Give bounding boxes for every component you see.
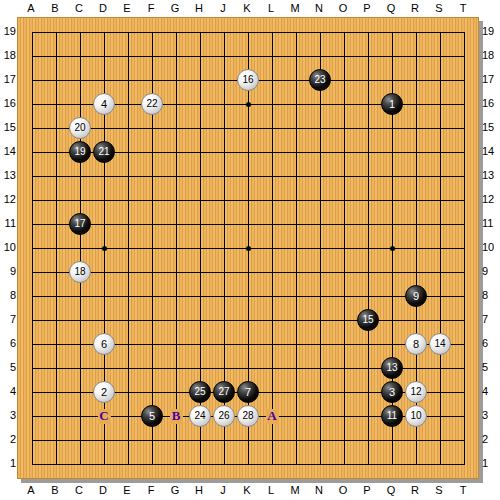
col-label-bottom-C: C bbox=[71, 483, 87, 497]
row-label-left-1: 1 bbox=[0, 456, 16, 470]
stone-white-22-F16: 22 bbox=[141, 93, 163, 115]
go-diagram: ABCDEFGHJKLMNOPQRST 19181716151413121110… bbox=[0, 0, 500, 500]
point-label-B: B bbox=[170, 409, 183, 424]
stone-black-19-C14: 19 bbox=[69, 141, 91, 163]
row-label-right-7: 7 bbox=[482, 312, 500, 326]
stone-black-13-Q5: 13 bbox=[381, 357, 403, 379]
stone-white-8-R6: 8 bbox=[405, 333, 427, 355]
col-label-bottom-M: M bbox=[287, 483, 303, 497]
go-board: 1234567891011121314151617181920212223242… bbox=[17, 17, 479, 479]
stone-white-10-R3: 10 bbox=[405, 405, 427, 427]
stone-white-6-D6: 6 bbox=[93, 333, 115, 355]
row-label-left-3: 3 bbox=[0, 408, 16, 422]
col-label-top-M: M bbox=[287, 1, 303, 15]
row-label-left-15: 15 bbox=[0, 120, 16, 134]
row-label-left-16: 16 bbox=[0, 96, 16, 110]
stone-white-20-C15: 20 bbox=[69, 117, 91, 139]
row-label-right-9: 9 bbox=[482, 264, 500, 278]
stone-black-25-H4: 25 bbox=[189, 381, 211, 403]
row-label-right-16: 16 bbox=[482, 96, 500, 110]
col-label-top-Q: Q bbox=[383, 1, 399, 15]
col-label-top-G: G bbox=[167, 1, 183, 15]
row-label-right-1: 1 bbox=[482, 456, 500, 470]
stone-white-14-S6: 14 bbox=[429, 333, 451, 355]
col-label-top-T: T bbox=[455, 1, 471, 15]
col-label-top-C: C bbox=[71, 1, 87, 15]
row-label-left-18: 18 bbox=[0, 48, 16, 62]
col-label-bottom-H: H bbox=[191, 483, 207, 497]
point-label-A: A bbox=[266, 409, 279, 424]
col-label-bottom-B: B bbox=[47, 483, 63, 497]
stone-black-5-F3: 5 bbox=[141, 405, 163, 427]
row-label-left-7: 7 bbox=[0, 312, 16, 326]
row-label-right-10: 10 bbox=[482, 240, 500, 254]
col-label-top-S: S bbox=[431, 1, 447, 15]
row-label-right-19: 19 bbox=[482, 24, 500, 38]
row-label-right-5: 5 bbox=[482, 360, 500, 374]
col-label-top-F: F bbox=[143, 1, 159, 15]
stone-black-7-K4: 7 bbox=[237, 381, 259, 403]
row-label-left-5: 5 bbox=[0, 360, 16, 374]
stone-black-9-R8: 9 bbox=[405, 285, 427, 307]
col-label-bottom-D: D bbox=[95, 483, 111, 497]
row-label-left-12: 12 bbox=[0, 192, 16, 206]
stone-black-23-N17: 23 bbox=[309, 69, 331, 91]
row-label-right-6: 6 bbox=[482, 336, 500, 350]
col-label-top-K: K bbox=[239, 1, 255, 15]
row-label-left-4: 4 bbox=[0, 384, 16, 398]
col-label-bottom-O: O bbox=[335, 483, 351, 497]
row-label-left-13: 13 bbox=[0, 168, 16, 182]
row-label-right-11: 11 bbox=[482, 216, 500, 230]
row-label-right-2: 2 bbox=[482, 432, 500, 446]
row-label-right-17: 17 bbox=[482, 72, 500, 86]
col-label-top-E: E bbox=[119, 1, 135, 15]
col-label-bottom-P: P bbox=[359, 483, 375, 497]
col-label-bottom-T: T bbox=[455, 483, 471, 497]
point-label-C: C bbox=[98, 409, 111, 424]
row-label-left-8: 8 bbox=[0, 288, 16, 302]
col-label-top-B: B bbox=[47, 1, 63, 15]
row-label-left-2: 2 bbox=[0, 432, 16, 446]
col-label-bottom-K: K bbox=[239, 483, 255, 497]
col-label-top-H: H bbox=[191, 1, 207, 15]
board-grid: 1234567891011121314151617181920212223242… bbox=[20, 20, 476, 476]
col-label-bottom-E: E bbox=[119, 483, 135, 497]
col-label-top-D: D bbox=[95, 1, 111, 15]
stone-black-27-J4: 27 bbox=[213, 381, 235, 403]
row-label-right-8: 8 bbox=[482, 288, 500, 302]
row-label-left-9: 9 bbox=[0, 264, 16, 278]
col-label-bottom-L: L bbox=[263, 483, 279, 497]
row-label-left-10: 10 bbox=[0, 240, 16, 254]
stone-white-26-J3: 26 bbox=[213, 405, 235, 427]
col-label-bottom-F: F bbox=[143, 483, 159, 497]
row-label-right-14: 14 bbox=[482, 144, 500, 158]
stone-black-3-Q4: 3 bbox=[381, 381, 403, 403]
row-label-right-18: 18 bbox=[482, 48, 500, 62]
stone-black-21-D14: 21 bbox=[93, 141, 115, 163]
stone-white-4-D16: 4 bbox=[93, 93, 115, 115]
stone-white-28-K3: 28 bbox=[237, 405, 259, 427]
stone-black-1-Q16: 1 bbox=[381, 93, 403, 115]
row-label-right-12: 12 bbox=[482, 192, 500, 206]
col-label-bottom-N: N bbox=[311, 483, 327, 497]
row-label-right-15: 15 bbox=[482, 120, 500, 134]
col-label-top-R: R bbox=[407, 1, 423, 15]
col-label-top-A: A bbox=[23, 1, 39, 15]
row-label-left-14: 14 bbox=[0, 144, 16, 158]
stone-white-24-H3: 24 bbox=[189, 405, 211, 427]
row-label-left-6: 6 bbox=[0, 336, 16, 350]
col-label-top-O: O bbox=[335, 1, 351, 15]
stone-white-2-D4: 2 bbox=[93, 381, 115, 403]
row-label-left-19: 19 bbox=[0, 24, 16, 38]
row-label-left-17: 17 bbox=[0, 72, 16, 86]
col-label-bottom-A: A bbox=[23, 483, 39, 497]
row-label-right-4: 4 bbox=[482, 384, 500, 398]
row-label-right-3: 3 bbox=[482, 408, 500, 422]
col-label-bottom-R: R bbox=[407, 483, 423, 497]
col-label-top-P: P bbox=[359, 1, 375, 15]
col-label-bottom-G: G bbox=[167, 483, 183, 497]
col-label-top-L: L bbox=[263, 1, 279, 15]
col-label-bottom-Q: Q bbox=[383, 483, 399, 497]
stone-black-17-C11: 17 bbox=[69, 213, 91, 235]
col-label-top-N: N bbox=[311, 1, 327, 15]
row-label-left-11: 11 bbox=[0, 216, 16, 230]
stone-white-18-C9: 18 bbox=[69, 261, 91, 283]
col-label-bottom-S: S bbox=[431, 483, 447, 497]
stone-white-16-K17: 16 bbox=[237, 69, 259, 91]
col-label-top-J: J bbox=[215, 1, 231, 15]
stone-black-11-Q3: 11 bbox=[381, 405, 403, 427]
stone-black-15-P7: 15 bbox=[357, 309, 379, 331]
row-label-right-13: 13 bbox=[482, 168, 500, 182]
stone-white-12-R4: 12 bbox=[405, 381, 427, 403]
col-label-bottom-J: J bbox=[215, 483, 231, 497]
